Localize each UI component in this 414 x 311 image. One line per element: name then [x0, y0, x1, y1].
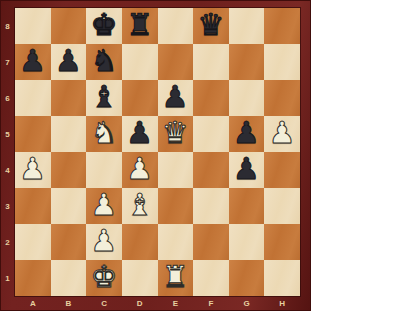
square-f6[interactable] — [193, 80, 229, 116]
rank-label-6: 6 — [0, 80, 15, 116]
square-e5[interactable]: ♛ — [158, 116, 194, 152]
square-c6[interactable]: ♝ — [86, 80, 122, 116]
file-label-c: C — [86, 296, 122, 311]
piece-black-pawn[interactable]: ♟ — [233, 118, 260, 148]
square-a3[interactable] — [15, 188, 51, 224]
square-f3[interactable] — [193, 188, 229, 224]
square-g2[interactable] — [229, 224, 265, 260]
piece-black-pawn[interactable]: ♟ — [162, 82, 189, 112]
square-g8[interactable] — [229, 8, 265, 44]
square-f8[interactable]: ♛ — [193, 8, 229, 44]
rank-label-5: 5 — [0, 116, 15, 152]
square-a1[interactable] — [15, 260, 51, 296]
piece-black-queen[interactable]: ♛ — [197, 10, 224, 40]
square-c1[interactable]: ♚ — [86, 260, 122, 296]
square-b5[interactable] — [51, 116, 87, 152]
rank-label-2: 2 — [0, 224, 15, 260]
square-d5[interactable]: ♟ — [122, 116, 158, 152]
file-label-d: D — [122, 296, 158, 311]
square-c8[interactable]: ♚ — [86, 8, 122, 44]
file-label-f: F — [193, 296, 229, 311]
square-a6[interactable] — [15, 80, 51, 116]
rank-label-1: 1 — [0, 260, 15, 296]
piece-white-queen[interactable]: ♛ — [162, 118, 189, 148]
square-d1[interactable] — [122, 260, 158, 296]
square-f5[interactable] — [193, 116, 229, 152]
square-c7[interactable]: ♞ — [86, 44, 122, 80]
square-f2[interactable] — [193, 224, 229, 260]
square-a4[interactable]: ♟ — [15, 152, 51, 188]
chess-board-frame: 87654321 ♚♜♛♟♟♞♝♟♞♟♛♟♟♟♟♟♟♝♟♚♜ ABCDEFGH — [0, 0, 311, 311]
file-label-b: B — [51, 296, 87, 311]
square-d3[interactable]: ♝ — [122, 188, 158, 224]
square-f1[interactable] — [193, 260, 229, 296]
piece-black-pawn[interactable]: ♟ — [19, 46, 46, 76]
piece-white-knight[interactable]: ♞ — [91, 118, 118, 148]
square-e6[interactable]: ♟ — [158, 80, 194, 116]
square-e8[interactable] — [158, 8, 194, 44]
square-b3[interactable] — [51, 188, 87, 224]
file-label-a: A — [15, 296, 51, 311]
square-a5[interactable] — [15, 116, 51, 152]
piece-white-king[interactable]: ♚ — [91, 262, 118, 292]
piece-white-pawn[interactable]: ♟ — [91, 226, 118, 256]
square-b2[interactable] — [51, 224, 87, 260]
rank-label-3: 3 — [0, 188, 15, 224]
square-g4[interactable]: ♟ — [229, 152, 265, 188]
square-d8[interactable]: ♜ — [122, 8, 158, 44]
piece-white-pawn[interactable]: ♟ — [269, 118, 296, 148]
square-h6[interactable] — [264, 80, 300, 116]
piece-black-pawn[interactable]: ♟ — [126, 118, 153, 148]
page-canvas: 87654321 ♚♜♛♟♟♞♝♟♞♟♛♟♟♟♟♟♟♝♟♚♜ ABCDEFGH — [0, 0, 414, 311]
rank-label-7: 7 — [0, 44, 15, 80]
piece-black-rook[interactable]: ♜ — [126, 10, 153, 40]
square-a2[interactable] — [15, 224, 51, 260]
file-label-h: H — [264, 296, 300, 311]
square-c5[interactable]: ♞ — [86, 116, 122, 152]
square-g5[interactable]: ♟ — [229, 116, 265, 152]
square-h7[interactable] — [264, 44, 300, 80]
piece-white-bishop[interactable]: ♝ — [126, 190, 153, 220]
square-c2[interactable]: ♟ — [86, 224, 122, 260]
square-b7[interactable]: ♟ — [51, 44, 87, 80]
square-b4[interactable] — [51, 152, 87, 188]
square-g3[interactable] — [229, 188, 265, 224]
file-label-g: G — [229, 296, 265, 311]
piece-white-pawn[interactable]: ♟ — [91, 190, 118, 220]
piece-black-knight[interactable]: ♞ — [91, 46, 118, 76]
square-g6[interactable] — [229, 80, 265, 116]
square-a7[interactable]: ♟ — [15, 44, 51, 80]
piece-white-pawn[interactable]: ♟ — [19, 154, 46, 184]
square-b8[interactable] — [51, 8, 87, 44]
square-a8[interactable] — [15, 8, 51, 44]
square-b1[interactable] — [51, 260, 87, 296]
square-c3[interactable]: ♟ — [86, 188, 122, 224]
piece-black-pawn[interactable]: ♟ — [233, 154, 260, 184]
square-e2[interactable] — [158, 224, 194, 260]
square-d2[interactable] — [122, 224, 158, 260]
square-e7[interactable] — [158, 44, 194, 80]
square-f4[interactable] — [193, 152, 229, 188]
square-d7[interactable] — [122, 44, 158, 80]
square-d6[interactable] — [122, 80, 158, 116]
piece-black-king[interactable]: ♚ — [91, 10, 118, 40]
piece-black-pawn[interactable]: ♟ — [55, 46, 82, 76]
piece-black-bishop[interactable]: ♝ — [91, 82, 118, 112]
square-h4[interactable] — [264, 152, 300, 188]
rank-label-4: 4 — [0, 152, 15, 188]
board-squares: ♚♜♛♟♟♞♝♟♞♟♛♟♟♟♟♟♟♝♟♚♜ — [15, 8, 300, 296]
square-g7[interactable] — [229, 44, 265, 80]
square-g1[interactable] — [229, 260, 265, 296]
square-h3[interactable] — [264, 188, 300, 224]
square-c4[interactable] — [86, 152, 122, 188]
rank-label-8: 8 — [0, 8, 15, 44]
piece-white-pawn[interactable]: ♟ — [126, 154, 153, 184]
file-labels: ABCDEFGH — [15, 296, 300, 311]
square-h1[interactable] — [264, 260, 300, 296]
square-d4[interactable]: ♟ — [122, 152, 158, 188]
piece-white-rook[interactable]: ♜ — [162, 262, 189, 292]
square-e4[interactable] — [158, 152, 194, 188]
square-e1[interactable]: ♜ — [158, 260, 194, 296]
rank-labels: 87654321 — [0, 8, 15, 296]
square-e3[interactable] — [158, 188, 194, 224]
file-label-e: E — [158, 296, 194, 311]
square-b6[interactable] — [51, 80, 87, 116]
square-h2[interactable] — [264, 224, 300, 260]
square-h8[interactable] — [264, 8, 300, 44]
square-h5[interactable]: ♟ — [264, 116, 300, 152]
square-f7[interactable] — [193, 44, 229, 80]
